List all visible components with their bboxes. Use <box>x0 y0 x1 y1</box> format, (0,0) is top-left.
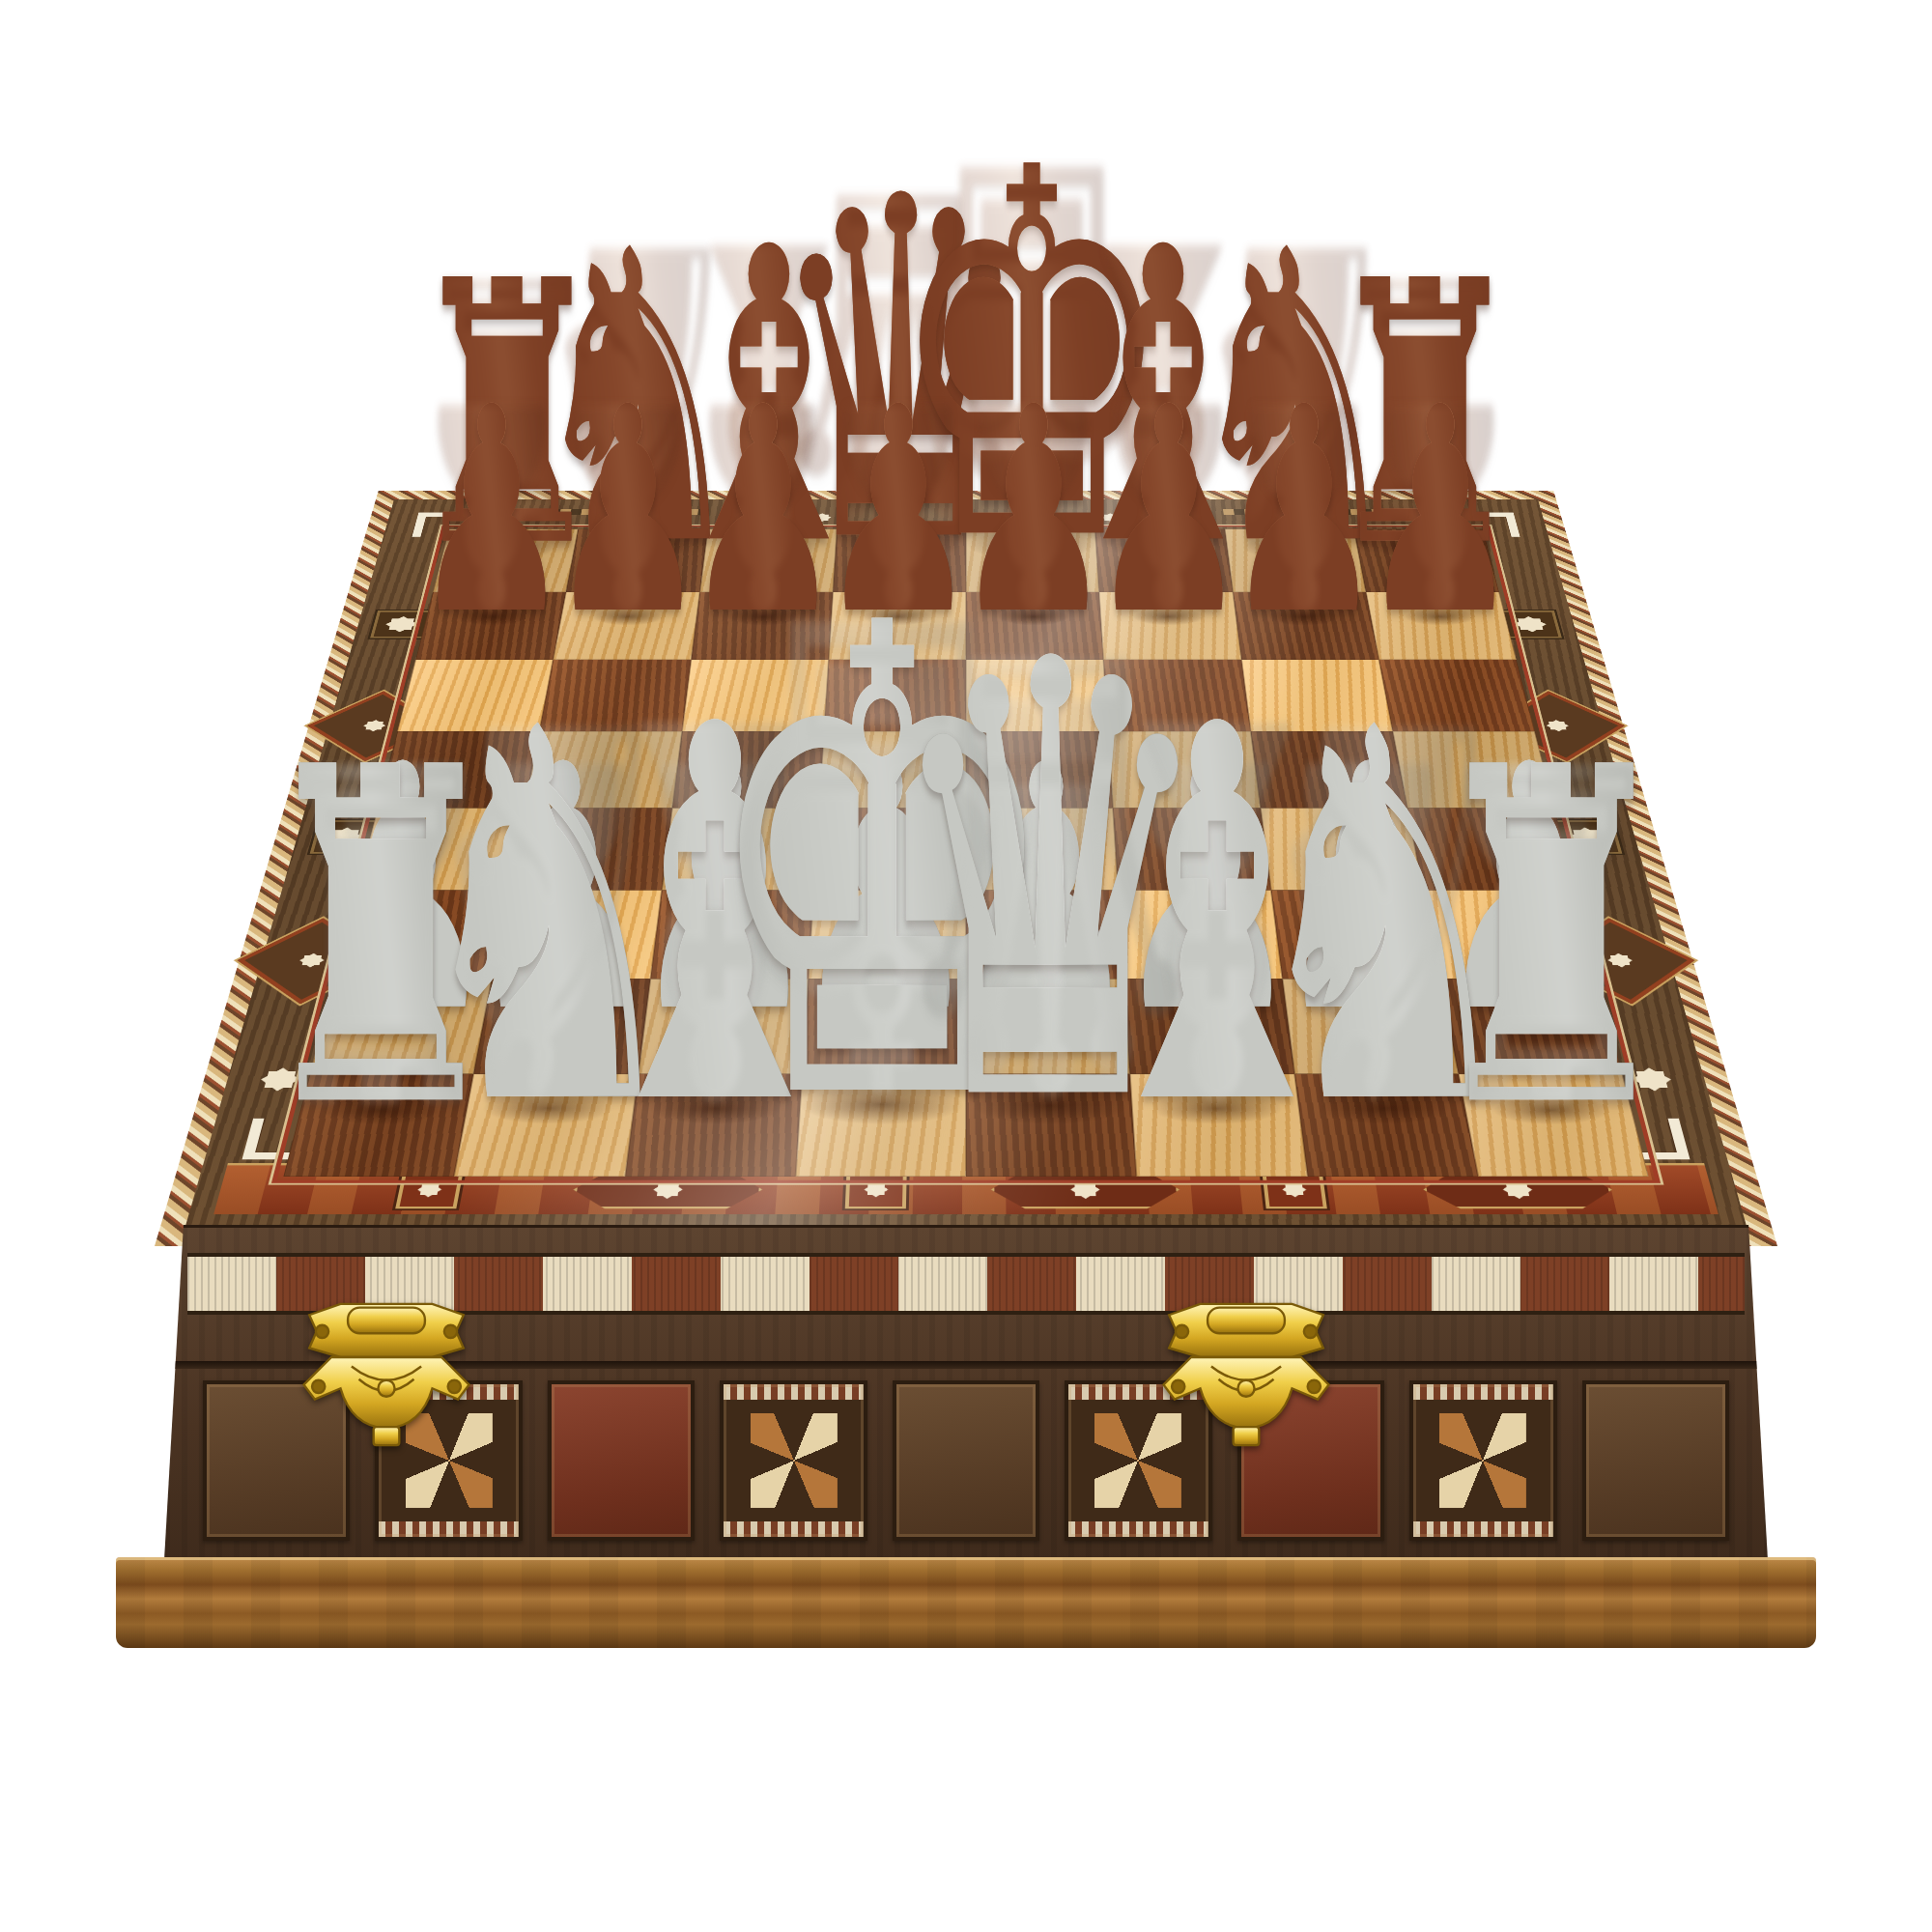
square-a5 <box>378 731 539 808</box>
square-g8 <box>1225 529 1366 592</box>
square-f2 <box>1124 979 1294 1074</box>
square-e5 <box>966 731 1113 808</box>
square-a8 <box>433 529 579 592</box>
square-e3 <box>966 891 1124 979</box>
square-c8 <box>699 529 837 592</box>
square-c2 <box>638 979 808 1074</box>
square-h3 <box>1423 891 1598 979</box>
square-f3 <box>1119 891 1282 979</box>
square-e7 <box>966 592 1103 660</box>
square-g3 <box>1270 891 1439 979</box>
square-f7 <box>1099 592 1241 660</box>
square-f5 <box>1108 731 1260 808</box>
panel-red <box>548 1380 695 1541</box>
square-e6 <box>966 660 1108 731</box>
star-inlay-icon <box>1098 512 1122 523</box>
square-d7 <box>829 592 966 660</box>
square-a3 <box>334 891 509 979</box>
square-f4 <box>1113 808 1270 890</box>
square-a6 <box>397 660 553 731</box>
star-inlay-icon <box>1512 616 1549 633</box>
square-e8 <box>966 529 1099 592</box>
square-a7 <box>415 592 566 660</box>
square-c5 <box>672 731 824 808</box>
square-b1 <box>454 1074 638 1177</box>
storage-box-front <box>164 1225 1768 1560</box>
square-c1 <box>625 1074 802 1177</box>
square-h1 <box>1459 1074 1649 1177</box>
square-b8 <box>566 529 707 592</box>
gold-latch-icon <box>1154 1293 1338 1456</box>
square-g6 <box>1241 660 1393 731</box>
square-g7 <box>1233 592 1378 660</box>
square-b4 <box>509 808 672 890</box>
chess-board-top <box>155 491 1777 1246</box>
square-h4 <box>1407 808 1576 890</box>
square-c6 <box>682 660 829 731</box>
panel-plain <box>1582 1380 1729 1541</box>
square-f1 <box>1130 1074 1307 1177</box>
square-a4 <box>356 808 525 890</box>
square-a2 <box>310 979 493 1074</box>
square-d3 <box>808 891 966 979</box>
square-c7 <box>691 592 833 660</box>
square-d5 <box>819 731 966 808</box>
panel-plain <box>893 1380 1039 1541</box>
square-d2 <box>802 979 966 1074</box>
square-h6 <box>1378 660 1534 731</box>
square-g2 <box>1282 979 1458 1074</box>
chess-grid <box>283 529 1648 1177</box>
square-g5 <box>1250 731 1406 808</box>
star-inlay-icon <box>666 512 690 523</box>
square-e4 <box>966 808 1119 890</box>
square-d4 <box>813 808 966 890</box>
panel-mosaic <box>720 1380 867 1541</box>
square-b5 <box>525 731 681 808</box>
star-inlay-icon <box>810 512 833 523</box>
square-d8 <box>833 529 966 592</box>
star-inlay-icon <box>954 512 978 523</box>
square-c3 <box>650 891 813 979</box>
square-b7 <box>554 592 699 660</box>
base-molding <box>116 1557 1816 1648</box>
square-g1 <box>1294 1074 1478 1177</box>
square-d6 <box>824 660 966 731</box>
square-e2 <box>966 979 1130 1074</box>
square-d1 <box>795 1074 966 1177</box>
square-b6 <box>539 660 691 731</box>
square-a1 <box>283 1074 473 1177</box>
square-h5 <box>1393 731 1554 808</box>
square-f8 <box>1095 529 1233 592</box>
square-c4 <box>662 808 819 890</box>
panel-mosaic <box>1409 1380 1556 1541</box>
star-inlay-icon <box>1242 512 1266 523</box>
square-h7 <box>1366 592 1517 660</box>
square-g4 <box>1260 808 1423 890</box>
square-f6 <box>1103 660 1250 731</box>
square-b3 <box>492 891 661 979</box>
square-h8 <box>1353 529 1499 592</box>
square-b2 <box>473 979 649 1074</box>
square-e1 <box>966 1074 1137 1177</box>
gold-latch-icon <box>295 1293 478 1456</box>
product-photo-scene: ♜♞♝♛♚♝♞♜♟♟♟♟♟♟♟♟♟♟♟♟♟♟♟♟♜♞♝♚♛♝♞♜ <box>0 0 1932 1932</box>
square-h2 <box>1440 979 1623 1074</box>
